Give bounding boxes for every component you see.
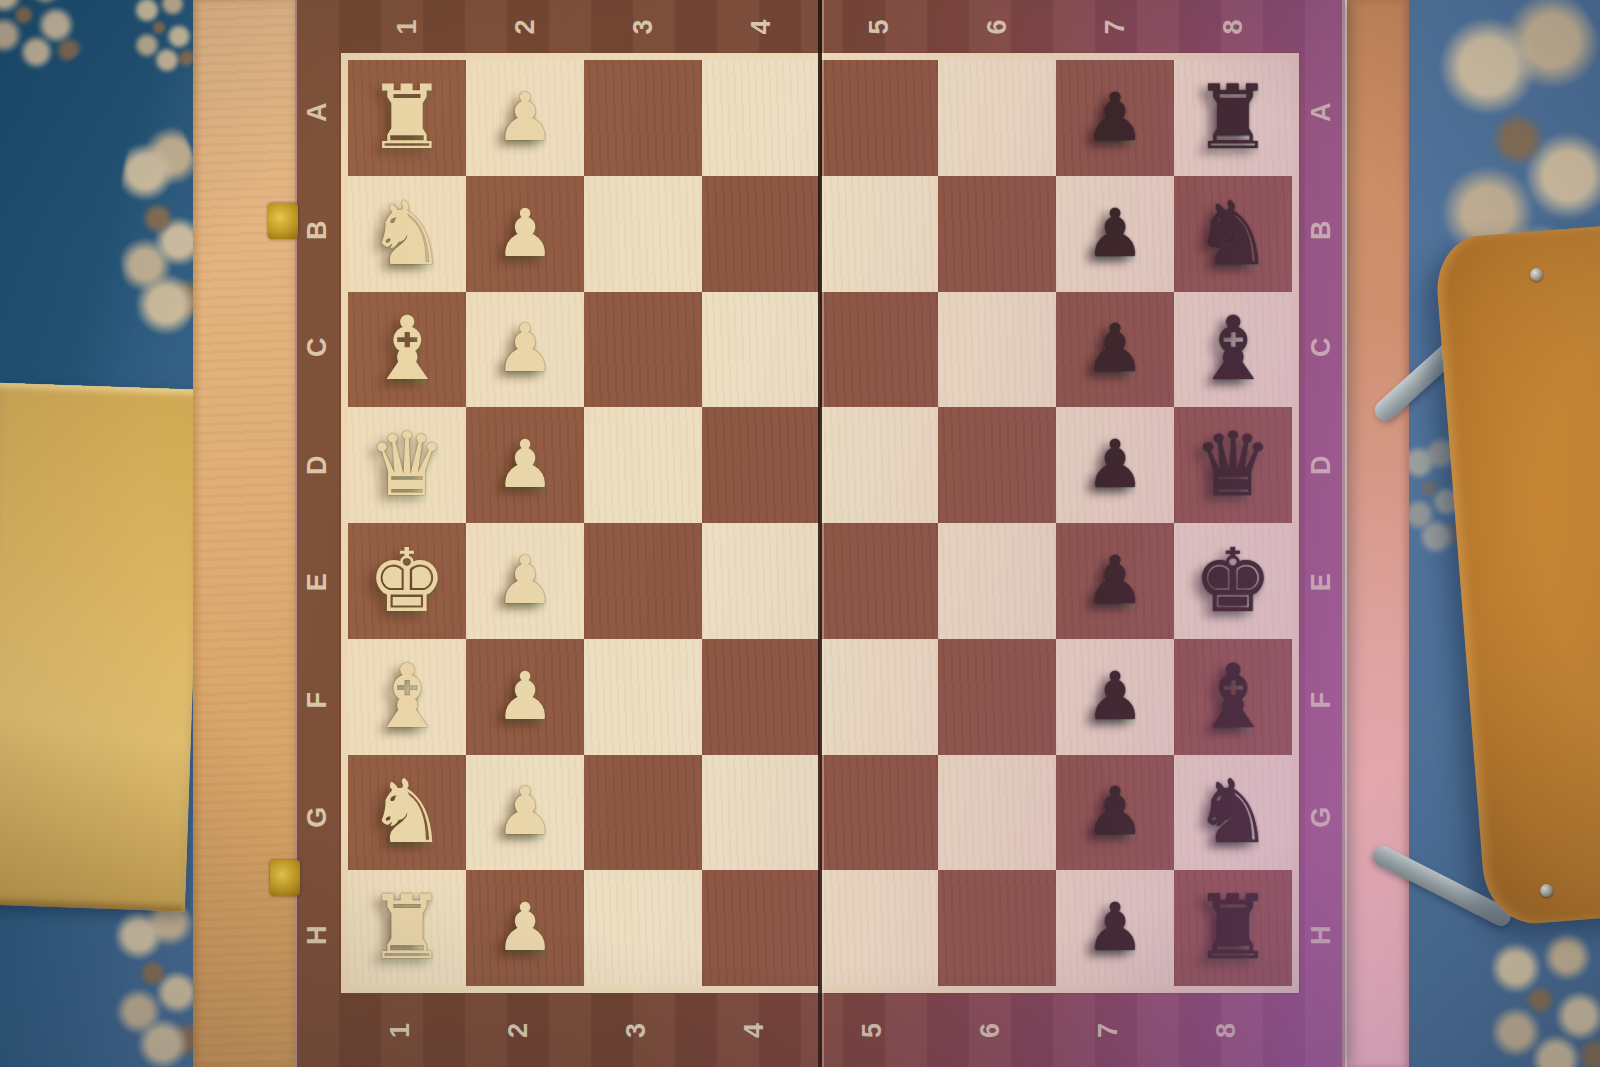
square-d8: ♛ — [1174, 407, 1292, 523]
square-b8: ♞ — [1174, 176, 1292, 292]
square-d3 — [584, 407, 702, 523]
square-g6 — [938, 755, 1056, 871]
piece-white-pawn-g2: ♟ — [495, 779, 554, 845]
square-h4 — [702, 870, 820, 986]
square-f7: ♟ — [1056, 639, 1174, 755]
brass-clasp-bottom — [270, 860, 300, 896]
square-c8: ♝ — [1174, 292, 1292, 408]
square-c3 — [584, 292, 702, 408]
square-e7: ♟ — [1056, 523, 1174, 639]
square-h6 — [938, 870, 1056, 986]
square-d7: ♟ — [1056, 407, 1174, 523]
piece-white-pawn-d2: ♟ — [495, 432, 554, 498]
square-f3 — [584, 639, 702, 755]
square-f5 — [820, 639, 938, 755]
square-a5 — [820, 60, 938, 176]
chess-board: 12345678 12345678 ABCDEFGH ABCDEFGH ♜♟♟♜… — [295, 0, 1345, 1067]
square-h3 — [584, 870, 702, 986]
square-e5 — [820, 523, 938, 639]
carpet-ornament-left-top — [123, 0, 203, 76]
square-f6 — [938, 639, 1056, 755]
square-b2: ♟ — [466, 176, 584, 292]
piece-black-rook-h8: ♜ — [1194, 884, 1273, 972]
file-labels-left: ABCDEFGH — [295, 53, 341, 993]
square-b1: ♞ — [348, 176, 466, 292]
square-d4 — [702, 407, 820, 523]
piece-black-pawn-h7: ♟ — [1085, 895, 1144, 961]
piece-black-pawn-b7: ♟ — [1085, 201, 1144, 267]
square-d2: ♟ — [466, 407, 584, 523]
square-c7: ♟ — [1056, 292, 1174, 408]
piece-white-pawn-f2: ♟ — [495, 664, 554, 730]
square-a1: ♜ — [348, 60, 466, 176]
square-e3 — [584, 523, 702, 639]
square-h1: ♜ — [348, 870, 466, 986]
piece-black-bishop-f8: ♝ — [1194, 653, 1273, 741]
piece-black-pawn-f7: ♟ — [1085, 664, 1144, 730]
square-b7: ♟ — [1056, 176, 1174, 292]
piece-white-knight-g1: ♞ — [368, 768, 447, 856]
square-b6 — [938, 176, 1056, 292]
square-c6 — [938, 292, 1056, 408]
piece-white-bishop-c1: ♝ — [368, 305, 447, 393]
square-b4 — [702, 176, 820, 292]
piece-black-pawn-d7: ♟ — [1085, 432, 1144, 498]
square-a2: ♟ — [466, 60, 584, 176]
square-f4 — [702, 639, 820, 755]
piece-black-rook-a8: ♜ — [1194, 74, 1273, 162]
square-b3 — [584, 176, 702, 292]
square-e8: ♚ — [1174, 523, 1292, 639]
square-g7: ♟ — [1056, 755, 1174, 871]
square-d6 — [938, 407, 1056, 523]
piece-black-pawn-g7: ♟ — [1085, 779, 1144, 845]
piece-white-pawn-c2: ♟ — [495, 316, 554, 382]
square-f1: ♝ — [348, 639, 466, 755]
piece-black-king-e8: ♚ — [1194, 537, 1273, 625]
piece-white-queen-d1: ♛ — [368, 421, 447, 509]
square-c1: ♝ — [348, 292, 466, 408]
wood-plank — [0, 383, 203, 912]
photo-scene: 12345678 12345678 ABCDEFGH ABCDEFGH ♜♟♟♜… — [0, 0, 1600, 1067]
piece-white-king-e1: ♚ — [368, 537, 447, 625]
piece-black-queen-d8: ♛ — [1194, 421, 1273, 509]
table-edge-right — [1345, 0, 1409, 1067]
square-g8: ♞ — [1174, 755, 1292, 871]
carpet-ornament-bottom-right — [1468, 928, 1600, 1067]
piece-black-pawn-c7: ♟ — [1085, 316, 1144, 382]
file-labels-right: ABCDEFGH — [1299, 53, 1345, 993]
square-f8: ♝ — [1174, 639, 1292, 755]
piece-white-pawn-h2: ♟ — [495, 895, 554, 961]
square-e2: ♟ — [466, 523, 584, 639]
square-g1: ♞ — [348, 755, 466, 871]
square-e6 — [938, 523, 1056, 639]
square-a7: ♟ — [1056, 60, 1174, 176]
piece-white-bishop-f1: ♝ — [368, 653, 447, 741]
square-d5 — [820, 407, 938, 523]
table-edge-left — [193, 0, 297, 1067]
square-a6 — [938, 60, 1056, 176]
brass-clasp-top — [268, 203, 298, 239]
piece-black-pawn-e7: ♟ — [1085, 548, 1144, 614]
chair-screw-top — [1530, 268, 1543, 281]
square-g5 — [820, 755, 938, 871]
square-b5 — [820, 176, 938, 292]
square-e4 — [702, 523, 820, 639]
square-h7: ♟ — [1056, 870, 1174, 986]
square-c5 — [820, 292, 938, 408]
piece-black-knight-g8: ♞ — [1194, 768, 1273, 856]
square-c4 — [702, 292, 820, 408]
square-h8: ♜ — [1174, 870, 1292, 986]
piece-white-knight-b1: ♞ — [368, 190, 447, 278]
piece-white-pawn-e2: ♟ — [495, 548, 554, 614]
square-a4 — [702, 60, 820, 176]
piece-white-pawn-a2: ♟ — [495, 85, 554, 151]
piece-black-bishop-c8: ♝ — [1194, 305, 1273, 393]
fold-hinge-highlight — [822, 0, 824, 1067]
piece-white-pawn-b2: ♟ — [495, 201, 554, 267]
square-a8: ♜ — [1174, 60, 1292, 176]
square-e1: ♚ — [348, 523, 466, 639]
square-h2: ♟ — [466, 870, 584, 986]
piece-white-rook-h1: ♜ — [368, 884, 447, 972]
piece-black-pawn-a7: ♟ — [1085, 85, 1144, 151]
square-g4 — [702, 755, 820, 871]
piece-black-knight-b8: ♞ — [1194, 190, 1273, 278]
square-c2: ♟ — [466, 292, 584, 408]
square-f2: ♟ — [466, 639, 584, 755]
square-h5 — [820, 870, 938, 986]
piece-white-rook-a1: ♜ — [368, 74, 447, 162]
square-g3 — [584, 755, 702, 871]
chair-screw-bottom — [1540, 884, 1553, 897]
square-a3 — [584, 60, 702, 176]
square-d1: ♛ — [348, 407, 466, 523]
square-g2: ♟ — [466, 755, 584, 871]
